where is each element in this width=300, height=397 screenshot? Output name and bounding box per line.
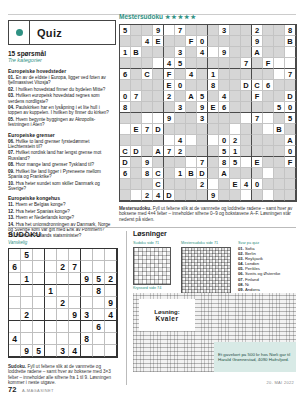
quiz-dot-cell [9,21,30,44]
mestersudoku-cell-r4c12: 7 [241,58,252,69]
mestersudoku-cell-r13c2[interactable] [131,157,142,168]
mestersudoku-cell-r3c12[interactable] [241,47,252,58]
mestersudoku-cell-r1c15[interactable] [274,25,285,36]
mestersudoku-cell-r3c3[interactable] [142,47,153,58]
mestersudoku-title: Mestersudoku [119,13,163,20]
mestersudoku-cell-r10c16[interactable] [285,124,296,135]
mestersudoku-cell-r4c15[interactable] [274,58,285,69]
mestersudoku-cell-r16c16[interactable] [285,190,296,201]
sudoku-cell-r1c7[interactable] [81,249,93,261]
sudoku-cell-r9c1[interactable] [9,345,21,357]
mestersudoku-cell-r6c15[interactable] [274,80,285,91]
mestersudoku-cell-r11c11: 2 [230,135,241,146]
mestersudoku-cell-r3c7[interactable] [186,47,197,58]
mestersudoku-cell-r5c7: 4 [186,69,197,80]
mestersudoku-cell-r2c16: B [285,36,296,47]
mestersudoku-cell-r4c8[interactable] [197,58,208,69]
mestersudoku-cell-r6c11[interactable] [230,80,241,91]
mestersudoku-cell-r9c2[interactable] [131,113,142,124]
mestersudoku-cell-r12c3[interactable] [142,146,153,157]
mestersudoku-cell-r3c6: 3 [175,47,186,58]
mestersudoku-cell-r2c13: 9 [252,36,263,47]
mestersudoku-cell-r1c3[interactable] [142,25,153,36]
mestersudoku-cell-r6c1[interactable] [120,80,131,91]
mestersudoku-cell-r15c7[interactable] [186,179,197,190]
sudoku-cell-r6c3[interactable] [33,309,45,321]
mestersudoku-cell-r7c3[interactable] [142,91,153,102]
mestersudoku-cell-r13c16: F [285,157,296,168]
sudoku-cell-r1c4[interactable] [45,249,57,261]
mestersudoku-cell-r7c12[interactable] [241,91,252,102]
sudoku-cell-r9c7[interactable] [81,345,93,357]
mestersudoku-cell-r2c10[interactable] [219,36,230,47]
mestersudoku-cell-r5c12[interactable] [241,69,252,80]
mestersudoku-cell-r8c3[interactable] [142,102,153,113]
mestersudoku-cell-r2c2[interactable] [131,36,142,47]
sudoku-cell-r8c8[interactable] [93,333,105,345]
sudoku-cell-r5c6[interactable] [69,297,81,309]
mestersudoku-cell-r9c7[interactable] [186,113,197,124]
sudoku-cell-r2c4[interactable] [45,261,57,273]
sudoku-cell-r2c9[interactable] [105,261,117,273]
mestersudoku-cell-r9c15[interactable] [274,113,285,124]
sudoku-cell-r1c3[interactable] [33,249,45,261]
mestersudoku-cell-r10c6[interactable] [175,124,186,135]
mestersudoku-cell-r13c4[interactable] [153,157,164,168]
mestersudoku-cell-r11c12[interactable] [241,135,252,146]
mestersudoku-cell-r6c9: 8 [208,80,219,91]
mestersudoku-cell-r7c15[interactable] [274,91,285,102]
mestersudoku-cell-r8c2[interactable] [131,102,142,113]
mestersudoku-cell-r8c9: E [208,102,219,113]
mestersudoku-cell-r14c12[interactable] [241,168,252,179]
mestersudoku-cell-r1c14[interactable] [263,25,274,36]
mestersudoku-grid: 5973284EF09B1B349A457F6CF417E08DC6072A54… [119,24,297,202]
page-number: 72 [8,385,16,394]
mestersudoku-cell-r15c8: 2 [197,179,208,190]
mestersudoku-cell-r10c5[interactable] [164,124,175,135]
mestersudoku-cell-r2c3: 4 [142,36,153,47]
sudoku-cell-r8c6[interactable] [69,333,81,345]
mestersudoku-cell-r3c8: 4 [197,47,208,58]
mestersudoku-cell-r9c5: 9 [164,113,175,124]
mestersudoku-cell-r9c12[interactable] [241,113,252,124]
prize-text: Et gavekort på 500 kr hos Norli går til … [218,352,292,363]
mestersudoku-cell-r6c8[interactable] [197,80,208,91]
sudoku-cell-r2c8[interactable] [93,261,105,273]
sudoku-cell-r3c4[interactable] [45,273,57,285]
mestersudoku-cell-r11c15[interactable] [274,135,285,146]
mestersudoku-cell-r12c8[interactable] [197,146,208,157]
sudoku-cell-r1c5[interactable] [57,249,69,261]
mestersudoku-cell-r6c5: E [164,80,175,91]
mestersudoku-cell-r5c4[interactable] [153,69,164,80]
mestersudoku-cell-r5c14[interactable] [263,69,274,80]
mestersudoku-cell-r9c3[interactable] [142,113,153,124]
mestersudoku-cell-r14c8: D [197,168,208,179]
quiz-category-title-2: Europeiske grenser [8,132,114,138]
mestersudoku-cell-r7c13: F [252,91,263,102]
sudoku-cell-r4c8: 8 [93,285,105,297]
mestersudoku-cell-r1c16: 8 [285,25,296,36]
mestersudoku-cell-r8c10: 6 [219,102,230,113]
mestersudoku-cell-r9c9[interactable] [208,113,219,124]
mestersudoku-cell-r2c4: E [153,36,164,47]
mestersudoku-cell-r15c3[interactable] [142,179,153,190]
mestersudoku-cell-r11c14[interactable] [263,135,274,146]
sudoku-cell-r5c9: 9 [105,297,117,309]
sudoku-cell-r4c1[interactable] [9,285,21,297]
mestersudoku-cell-r8c11[interactable] [230,102,241,113]
mestersudoku-cell-r2c15[interactable] [274,36,285,47]
mestersudoku-cell-r16c14[interactable] [263,190,274,201]
sudoku-cell-r6c5[interactable] [57,309,69,321]
mestersudoku-cell-r2c11[interactable] [230,36,241,47]
mestersudoku-cell-r12c13[interactable] [252,146,263,157]
mestersudoku-cell-r15c6[interactable] [175,179,186,190]
sudoku-cell-r8c5[interactable] [57,333,69,345]
sudoku-cell-r7c6[interactable] [69,321,81,333]
mestersudoku-cell-r7c9[interactable] [208,91,219,102]
mestersudoku-cell-r16c2[interactable] [131,190,142,201]
mestersudoku-cell-r1c12[interactable] [241,25,252,36]
mestersudoku-cell-r9c13: 7 [252,113,263,124]
sudoku-grid: 56271952182929346489534 [8,248,118,358]
sudoku-cell-r5c4[interactable] [45,297,57,309]
mestersudoku-cell-r8c8: 9 [197,102,208,113]
mestersudoku-cell-r1c8[interactable] [197,25,208,36]
mestersudoku-cell-r10c14[interactable] [263,124,274,135]
mestersudoku-cell-r5c8[interactable] [197,69,208,80]
sudoku-cell-r1c9[interactable] [105,249,117,261]
sudoku-cell-r9c4[interactable] [45,345,57,357]
difficulty-stars-icon: ★★★★★ [165,14,197,20]
quiz-question-03: 03. Hvilken europeisk hovedstad regnes s… [8,93,114,104]
mestersudoku-cell-r16c10[interactable] [219,190,230,201]
mestersudoku-cell-r1c2[interactable] [131,25,142,36]
mestersudoku-cell-r3c16[interactable] [285,47,296,58]
vertical-divider [126,231,127,385]
sudoku-cell-r5c2[interactable] [21,297,33,309]
mestersudoku-cell-r14c11[interactable] [230,168,241,179]
mestersudoku-cell-r11c9[interactable] [208,135,219,146]
quiz-question-10: 10. Hva heter sundet som skiller Danmark… [8,181,114,192]
mestersudoku-cell-r13c15[interactable] [274,157,285,168]
mestersudoku-cell-r3c2: B [131,47,142,58]
mestersudoku-cell-r15c14[interactable] [263,179,274,190]
mestersudoku-cell-r2c1[interactable] [120,36,131,47]
mestersudoku-cell-r10c11[interactable] [230,124,241,135]
mestersudoku-cell-r6c2[interactable] [131,80,142,91]
quiz-subtitle: Tre kategorier [8,57,114,63]
mestersudoku-cell-r7c2: 7 [131,91,142,102]
sudoku-cell-r4c5[interactable] [57,285,69,297]
mestersudoku-cell-r4c9[interactable] [208,58,219,69]
mestersudoku-cell-r11c10: 0 [219,135,230,146]
mestersudoku-cell-r7c11[interactable] [230,91,241,102]
sudoku-cell-r3c2: 1 [21,273,33,285]
sudoku-cell-r8c1: 4 [9,333,21,345]
mestersudoku-cell-r6c13: C [252,80,263,91]
sudoku-cell-r5c1[interactable] [9,297,21,309]
mestersudoku-cell-r5c2[interactable] [131,69,142,80]
mestersudoku-cell-r15c9[interactable] [208,179,219,190]
mestersudoku-cell-r13c8: 7 [197,157,208,168]
mestersudoku-cell-r4c16[interactable] [285,58,296,69]
sudoku-cell-r1c2: 5 [21,249,33,261]
mestersudoku-cell-r5c15[interactable] [274,69,285,80]
mestersudoku-cell-r3c14[interactable] [263,47,274,58]
sudoku-cell-r2c7[interactable] [81,261,93,273]
sudoku-cell-r6c8[interactable] [93,309,105,321]
mestersudoku-cell-r4c1[interactable] [120,58,131,69]
sudoku-cell-r8c3[interactable] [33,333,45,345]
mestersudoku-cell-r3c5[interactable] [164,47,175,58]
sudoku-cell-r3c6[interactable] [69,273,81,285]
mestersudoku-cell-r15c4: C [153,179,164,190]
mestersudoku-cell-r6c16[interactable] [285,80,296,91]
sudoku-cell-r4c7[interactable] [81,285,93,297]
quiz-question-04: 04. Paulskirken har en lysåpning i et li… [8,105,114,116]
mestersudoku-cell-r9c4[interactable] [153,113,164,124]
sudoku-cell-r7c3[interactable] [33,321,45,333]
sudoku-cell-r8c4[interactable] [45,333,57,345]
mestersudoku-cell-r10c13[interactable] [252,124,263,135]
quiz-question-01: 01. En av de eldste i Europa, ligger ved… [8,75,114,86]
mestersudoku-cell-r8c13[interactable] [252,102,263,113]
mestersudoku-cell-r16c12[interactable] [241,190,252,201]
mestersudoku-cell-r11c4[interactable] [153,135,164,146]
mestersudoku-cell-r11c3[interactable] [142,135,153,146]
mestersudoku-cell-r14c14[interactable] [263,168,274,179]
mestersudoku-cell-r6c4[interactable] [153,80,164,91]
mestersudoku-cell-r4c3[interactable] [142,58,153,69]
issue-date: 20. MAI 2022 [267,380,294,385]
mestersudoku-cell-r2c9[interactable] [208,36,219,47]
mestersudoku-cell-r12c15[interactable] [274,146,285,157]
mestersudoku-cell-r3c9[interactable] [208,47,219,58]
mestersudoku-cell-r5c16: 7 [285,69,296,80]
mestersudoku-cell-r16c7[interactable] [186,190,197,201]
mestersudoku-cell-r14c2[interactable] [131,168,142,179]
sudoku-cell-r7c2[interactable] [21,321,33,333]
sudoku-cell-r7c1[interactable] [9,321,21,333]
mestersudoku-cell-r5c11[interactable] [230,69,241,80]
sudoku-cell-r6c1[interactable] [9,309,21,321]
mestersudoku-cell-r4c7[interactable] [186,58,197,69]
mestersudoku-cell-r12c12[interactable] [241,146,252,157]
mestersudoku-cell-r1c13: 2 [252,25,263,36]
quiz-question-11: 11. Hvem er Belgias konge? [8,202,114,207]
mestersudoku-cell-r8c5[interactable] [164,102,175,113]
sudoku-cell-r1c1[interactable] [9,249,21,261]
mestersudoku-cell-r16c8[interactable] [197,190,208,201]
mestersudoku-cell-r14c16[interactable] [285,168,296,179]
mestersudoku-cell-r11c8[interactable] [197,135,208,146]
mestersudoku-cell-r13c9[interactable] [208,157,219,168]
mestersudoku-cell-r16c13[interactable] [252,190,263,201]
mestersudoku-cell-r9c14[interactable] [263,113,274,124]
mestersudoku-cell-r11c7[interactable] [186,135,197,146]
mestersudoku-cell-r10c7[interactable] [186,124,197,135]
mestersudoku-cell-r8c12[interactable] [241,102,252,113]
mestersudoku-cell-r12c1: C [120,146,131,157]
quiz-answers-label: Svar på quiz [238,241,259,245]
mestersudoku-cell-r11c1[interactable] [120,135,131,146]
mestersudoku-cell-r9c6[interactable] [175,113,186,124]
sudoku-cell-r9c2: 9 [21,345,33,357]
mestersudoku-cell-r15c10[interactable] [219,179,230,190]
mestersudoku-cell-r8c15: 5 [274,102,285,113]
quiz-question-02: 02. I hvilken hovedstad finner du bydele… [8,87,114,92]
mestersudoku-cell-r16c15[interactable] [274,190,285,201]
sudoku-cell-r5c7[interactable] [81,297,93,309]
mini-sudoku-solution-label: Sudoku side 71 [133,241,159,245]
mestersudoku-cell-r13c6[interactable] [175,157,186,168]
sudoku-cell-r9c6: 4 [69,345,81,357]
mestersudoku-cell-r13c1: D [120,157,131,168]
mestersudoku-cell-r6c3[interactable] [142,80,153,91]
sudoku-cell-r7c9[interactable] [105,321,117,333]
mestersudoku-cell-r4c6: 5 [175,58,186,69]
mestersudoku-cell-r8c4[interactable] [153,102,164,113]
mestersudoku-cell-r5c13[interactable] [252,69,263,80]
mestersudoku-cell-r1c11[interactable] [230,25,241,36]
mestersudoku-cell-r4c13[interactable] [252,58,263,69]
mestersudoku-cell-r2c14[interactable] [263,36,274,47]
mestersudoku-cell-r3c11[interactable] [230,47,241,58]
mestersudoku-cell-r11c5[interactable] [164,135,175,146]
mestersudoku-cell-r14c13[interactable] [252,168,263,179]
mestersudoku-cell-r12c7[interactable] [186,146,197,157]
mestersudoku-cell-r9c1[interactable] [120,113,131,124]
sudoku-cell-r7c5[interactable] [57,321,69,333]
mestersudoku-cell-r3c1: 1 [120,47,131,58]
mestersudoku-cell-r7c4[interactable] [153,91,164,102]
mestersudoku-cell-r10c8[interactable] [197,124,208,135]
mestersudoku-cell-r3c15[interactable] [274,47,285,58]
mestersudoku-cell-r14c3: 8 [142,168,153,179]
sudoku-cell-r7c7[interactable] [81,321,93,333]
sudoku-cell-r3c1[interactable] [9,273,21,285]
mestersudoku-cell-r6c7[interactable] [186,80,197,91]
mestersudoku-cell-r14c15[interactable] [274,168,285,179]
sudoku-cell-r8c2[interactable] [21,333,33,345]
sudoku-cell-r4c6[interactable] [69,285,81,297]
mestersudoku-cell-r11c6: 4 [175,135,186,146]
mestersudoku-cell-r14c4: C [153,168,164,179]
mestersudoku-cell-r5c6[interactable] [175,69,186,80]
sudoku-cell-r3c5[interactable] [57,273,69,285]
mestersudoku-cell-r15c13: 0 [252,179,263,190]
mestersudoku-cell-r16c11[interactable] [230,190,241,201]
mestersudoku-cell-r15c5[interactable] [164,179,175,190]
mestersudoku-cell-r7c14[interactable] [263,91,274,102]
mestersudoku-cell-r1c5[interactable] [164,25,175,36]
mestersudoku-cell-r10c12[interactable] [241,124,252,135]
mestersudoku-cell-r8c7[interactable] [186,102,197,113]
sudoku-cell-r9c9[interactable] [105,345,117,357]
mestersudoku-cell-r14c5[interactable] [164,168,175,179]
mestersudoku-cell-r11c16: A [285,135,296,146]
quiz-question-06: 06. Hvilke to land grenser fyrstedømmet … [8,139,114,150]
sudoku-cell-r2c2[interactable] [21,261,33,273]
mestersudoku-cell-r6c10[interactable] [219,80,230,91]
mestersudoku-cell-r7c6[interactable] [175,91,186,102]
mestersudoku-cell-r12c9[interactable] [208,146,219,157]
mestersudoku-cell-r15c15[interactable] [274,179,285,190]
mestersudoku-cell-r16c1[interactable] [120,190,131,201]
sudoku-cell-r3c3[interactable] [33,273,45,285]
sudoku-cell-r1c6[interactable] [69,249,81,261]
sudoku-cell-r6c7: 3 [81,309,93,321]
mestersudoku-cell-r10c9[interactable] [208,124,219,135]
mestersudoku-cell-r13c14[interactable] [263,157,274,168]
mestersudoku-cell-r12c14[interactable] [263,146,274,157]
sudoku-cell-r9c8[interactable] [93,345,105,357]
mestersudoku-label: Mestersudoku ★★★★★ [119,13,197,20]
mestersudoku-cell-r2c6[interactable] [175,36,186,47]
sudoku-cell-r6c2: 2 [21,309,33,321]
mestersudoku-cell-r10c10[interactable] [219,124,230,135]
sudoku-cell-r4c9[interactable] [105,285,117,297]
mestersudoku-cell-r4c10[interactable] [219,58,230,69]
mestersudoku-cell-r9c11[interactable] [230,113,241,124]
mestersudoku-cell-r13c12[interactable] [241,157,252,168]
mestersudoku-cell-r11c2[interactable] [131,135,142,146]
sudoku-cell-r5c8[interactable] [93,297,105,309]
mestersudoku-cell-r1c9[interactable] [208,25,219,36]
sudoku-cell-r4c3[interactable] [33,285,45,297]
mestersudoku-cell-r12c4: A [153,146,164,157]
sudoku-cell-r6c4[interactable] [45,309,57,321]
mestersudoku-cell-r9c10[interactable] [219,113,230,124]
sudoku-cell-r4c2[interactable] [21,285,33,297]
mestersudoku-cell-r8c14[interactable] [263,102,274,113]
quiz-category-title-1: Europeiske hovedsteder [8,68,114,74]
mestersudoku-cell-r13c5[interactable] [164,157,175,168]
mestersudoku-cell-r1c7[interactable] [186,25,197,36]
mestersudoku-cell-r3c10: 9 [219,47,230,58]
mestersudoku-cell-r2c5[interactable] [164,36,175,47]
sudoku-cell-r5c3[interactable] [33,297,45,309]
mestersudoku-cell-r13c13: E [252,157,263,168]
mestersudoku-cell-r11c13[interactable] [252,135,263,146]
mestersudoku-cell-r15c16[interactable] [285,179,296,190]
mestersudoku-cell-r3c13: A [252,47,263,58]
sudoku-cell-r7c4[interactable] [45,321,57,333]
mestersudoku-cell-r15c2[interactable] [131,179,142,190]
mestersudoku-cell-r4c2[interactable] [131,58,142,69]
mestersudoku-cell-r3c4[interactable] [153,47,164,58]
mestersudoku-cell-r15c1[interactable] [120,179,131,190]
mestersudoku-cell-r5c10[interactable] [219,69,230,80]
mestersudoku-cell-r4c11[interactable] [230,58,241,69]
sudoku-cell-r8c9[interactable] [105,333,117,345]
mestersudoku-cell-r8c1: 8 [120,102,131,113]
quiz-question-08: 08. Hvor mange land grenser Tyskland til… [8,162,114,167]
mestersudoku-cell-r16c6[interactable] [175,190,186,201]
sudoku-cell-r1c8[interactable] [93,249,105,261]
mestersudoku-cell-r10c1[interactable] [120,124,131,135]
mestersudoku-cell-r2c12[interactable] [241,36,252,47]
sudoku-cell-r6c9: 4 [105,309,117,321]
mestersudoku-cell-r4c4[interactable] [153,58,164,69]
sudoku-cell-r2c3[interactable] [33,261,45,273]
sudoku-cell-r9c5: 3 [57,345,69,357]
mestersudoku-cell-r14c9[interactable] [208,168,219,179]
mestersudoku-cell-r13c7[interactable] [186,157,197,168]
